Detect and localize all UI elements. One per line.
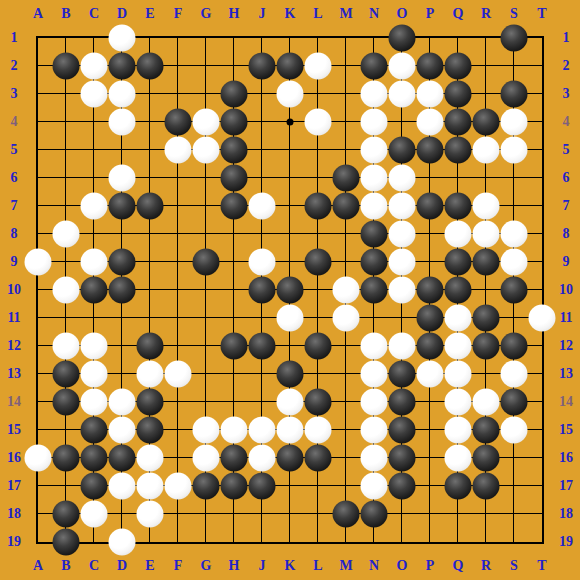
white-stone (81, 361, 108, 388)
black-stone (501, 25, 528, 52)
row-label-right: 2 (563, 59, 570, 73)
row-label-left: 14 (7, 395, 21, 409)
grid-cell (178, 290, 206, 318)
row-label-left: 15 (7, 423, 21, 437)
black-stone (445, 53, 472, 80)
column-label-bottom: C (89, 559, 99, 573)
column-label-top: F (174, 7, 183, 21)
column-label-bottom: H (229, 559, 240, 573)
column-label-top: N (369, 7, 379, 21)
grid-cell (38, 94, 66, 122)
column-label-bottom: E (145, 559, 154, 573)
white-stone (389, 249, 416, 276)
black-stone (137, 333, 164, 360)
column-label-bottom: B (61, 559, 70, 573)
black-stone (361, 53, 388, 80)
white-stone (445, 389, 472, 416)
grid-cell (66, 122, 94, 150)
white-stone (81, 501, 108, 528)
white-stone (109, 81, 136, 108)
black-stone (109, 277, 136, 304)
white-stone (333, 305, 360, 332)
white-stone (445, 445, 472, 472)
grid-cell (514, 486, 542, 514)
grid-cell (38, 178, 66, 206)
row-label-left: 5 (11, 143, 18, 157)
grid-cell (178, 38, 206, 66)
grid-cell (458, 514, 486, 542)
white-stone (361, 417, 388, 444)
white-stone (81, 193, 108, 220)
white-stone (501, 361, 528, 388)
black-stone (81, 417, 108, 444)
black-stone (81, 445, 108, 472)
column-label-top: D (117, 7, 127, 21)
row-label-right: 3 (563, 87, 570, 101)
black-stone (389, 389, 416, 416)
row-label-left: 4 (11, 115, 18, 129)
column-label-top: O (397, 7, 408, 21)
white-stone (361, 389, 388, 416)
column-label-top: T (537, 7, 546, 21)
white-stone (165, 361, 192, 388)
grid-cell (178, 514, 206, 542)
black-stone (137, 417, 164, 444)
white-stone (81, 53, 108, 80)
white-stone (361, 137, 388, 164)
column-label-top: E (145, 7, 154, 21)
black-stone (249, 473, 276, 500)
black-stone (249, 53, 276, 80)
white-stone (417, 81, 444, 108)
row-label-right: 11 (559, 311, 572, 325)
white-stone (53, 221, 80, 248)
white-stone (473, 389, 500, 416)
black-stone (221, 333, 248, 360)
grid-cell (206, 290, 234, 318)
black-stone (221, 81, 248, 108)
white-stone (305, 109, 332, 136)
white-stone (473, 221, 500, 248)
white-stone (361, 193, 388, 220)
black-stone (249, 277, 276, 304)
black-stone (53, 445, 80, 472)
grid-cell (178, 178, 206, 206)
grid-cell (234, 514, 262, 542)
column-label-bottom: A (33, 559, 43, 573)
white-stone (193, 417, 220, 444)
column-label-top: B (61, 7, 70, 21)
black-stone (361, 221, 388, 248)
white-stone (249, 417, 276, 444)
white-stone (193, 137, 220, 164)
row-label-right: 15 (559, 423, 573, 437)
black-stone (109, 249, 136, 276)
white-stone (417, 361, 444, 388)
column-label-top: H (229, 7, 240, 21)
grid-cell (430, 514, 458, 542)
black-stone (445, 193, 472, 220)
black-stone (137, 53, 164, 80)
black-stone (165, 109, 192, 136)
white-stone (53, 277, 80, 304)
grid-cell (234, 374, 262, 402)
grid-cell (402, 514, 430, 542)
row-label-left: 10 (7, 283, 21, 297)
row-label-right: 7 (563, 199, 570, 213)
black-stone (445, 277, 472, 304)
white-stone (249, 193, 276, 220)
black-stone (221, 193, 248, 220)
white-stone (389, 81, 416, 108)
white-stone (389, 333, 416, 360)
black-stone (305, 333, 332, 360)
black-stone (305, 193, 332, 220)
white-stone (277, 389, 304, 416)
grid-cell (38, 122, 66, 150)
black-stone (501, 81, 528, 108)
row-label-left: 9 (11, 255, 18, 269)
black-stone (305, 249, 332, 276)
white-stone (109, 109, 136, 136)
white-stone (389, 221, 416, 248)
row-label-right: 4 (563, 115, 570, 129)
column-label-bottom: J (259, 559, 266, 573)
white-stone (445, 221, 472, 248)
white-stone (389, 193, 416, 220)
white-stone (333, 277, 360, 304)
row-label-right: 16 (559, 451, 573, 465)
white-stone (277, 81, 304, 108)
black-stone (221, 445, 248, 472)
row-label-right: 12 (559, 339, 573, 353)
black-stone (417, 193, 444, 220)
white-stone (249, 249, 276, 276)
white-stone (501, 249, 528, 276)
row-label-left: 11 (7, 311, 20, 325)
white-stone (137, 445, 164, 472)
row-label-left: 13 (7, 367, 21, 381)
white-stone (501, 417, 528, 444)
black-stone (445, 109, 472, 136)
black-stone (277, 445, 304, 472)
black-stone (361, 277, 388, 304)
black-stone (417, 137, 444, 164)
row-label-left: 12 (7, 339, 21, 353)
white-stone (305, 53, 332, 80)
grid-cell (206, 514, 234, 542)
white-stone (361, 333, 388, 360)
black-stone (389, 473, 416, 500)
grid-cell (290, 514, 318, 542)
row-label-left: 7 (11, 199, 18, 213)
row-label-right: 5 (563, 143, 570, 157)
column-label-bottom: M (339, 559, 352, 573)
grid-cell (150, 290, 178, 318)
black-stone (501, 333, 528, 360)
black-stone (445, 249, 472, 276)
white-stone (53, 333, 80, 360)
row-label-left: 8 (11, 227, 18, 241)
black-stone (501, 277, 528, 304)
black-stone (473, 249, 500, 276)
grid-cell (150, 262, 178, 290)
grid-cell (38, 150, 66, 178)
column-label-top: G (201, 7, 212, 21)
white-stone (361, 473, 388, 500)
white-stone (137, 473, 164, 500)
column-label-bottom: R (481, 559, 491, 573)
black-stone (109, 193, 136, 220)
row-label-right: 13 (559, 367, 573, 381)
black-stone (53, 361, 80, 388)
column-label-top: R (481, 7, 491, 21)
black-stone (137, 193, 164, 220)
black-stone (305, 389, 332, 416)
white-stone (473, 137, 500, 164)
white-stone (445, 333, 472, 360)
black-stone (473, 473, 500, 500)
column-label-top: C (89, 7, 99, 21)
grid-cell (206, 374, 234, 402)
white-stone (25, 249, 52, 276)
grid-cell (290, 150, 318, 178)
black-stone (389, 25, 416, 52)
row-label-left: 2 (11, 59, 18, 73)
row-label-left: 1 (11, 31, 18, 45)
black-stone (333, 193, 360, 220)
white-stone (361, 109, 388, 136)
white-stone (389, 165, 416, 192)
row-label-right: 9 (563, 255, 570, 269)
white-stone (81, 333, 108, 360)
column-label-top: L (313, 7, 322, 21)
white-stone (305, 417, 332, 444)
black-stone (389, 137, 416, 164)
white-stone (361, 445, 388, 472)
black-stone (109, 53, 136, 80)
black-stone (193, 249, 220, 276)
row-label-right: 19 (559, 535, 573, 549)
black-stone (305, 445, 332, 472)
black-stone (221, 137, 248, 164)
black-stone (333, 165, 360, 192)
black-stone (193, 473, 220, 500)
white-stone (193, 109, 220, 136)
column-label-top: M (339, 7, 352, 21)
white-stone (445, 417, 472, 444)
column-label-top: Q (453, 7, 464, 21)
column-label-bottom: T (537, 559, 546, 573)
grid-cell (178, 318, 206, 346)
white-stone (109, 529, 136, 556)
row-label-right: 14 (559, 395, 573, 409)
black-stone (473, 417, 500, 444)
column-label-bottom: D (117, 559, 127, 573)
black-stone (473, 109, 500, 136)
black-stone (53, 389, 80, 416)
column-label-bottom: S (510, 559, 518, 573)
white-stone (501, 221, 528, 248)
row-label-right: 18 (559, 507, 573, 521)
black-stone (277, 53, 304, 80)
white-stone (81, 389, 108, 416)
white-stone (361, 361, 388, 388)
column-label-top: A (33, 7, 43, 21)
white-stone (473, 193, 500, 220)
grid-cell (514, 458, 542, 486)
white-stone (165, 473, 192, 500)
grid-cell (514, 514, 542, 542)
column-label-bottom: O (397, 559, 408, 573)
white-stone (501, 109, 528, 136)
black-stone (137, 389, 164, 416)
column-label-top: K (285, 7, 296, 21)
white-stone (109, 165, 136, 192)
white-stone (137, 501, 164, 528)
black-stone (445, 81, 472, 108)
black-stone (221, 165, 248, 192)
star-point (287, 119, 294, 126)
black-stone (501, 389, 528, 416)
column-label-bottom: F (174, 559, 183, 573)
white-stone (81, 81, 108, 108)
grid-cell (262, 514, 290, 542)
grid-cell (178, 66, 206, 94)
black-stone (249, 333, 276, 360)
grid-cell (206, 38, 234, 66)
row-label-left: 3 (11, 87, 18, 101)
black-stone (473, 305, 500, 332)
black-stone (221, 473, 248, 500)
grid-cell (178, 206, 206, 234)
row-label-left: 17 (7, 479, 21, 493)
black-stone (445, 473, 472, 500)
white-stone (249, 445, 276, 472)
black-stone (81, 277, 108, 304)
black-stone (417, 277, 444, 304)
black-stone (389, 417, 416, 444)
black-stone (81, 473, 108, 500)
white-stone (277, 417, 304, 444)
white-stone (193, 445, 220, 472)
row-label-right: 6 (563, 171, 570, 185)
black-stone (277, 277, 304, 304)
column-label-top: P (426, 7, 435, 21)
white-stone (25, 445, 52, 472)
black-stone (473, 333, 500, 360)
black-stone (277, 361, 304, 388)
row-label-left: 16 (7, 451, 21, 465)
grid-cell (290, 486, 318, 514)
white-stone (361, 81, 388, 108)
go-board[interactable]: AABBCCDDEEFFGGHHJJKKLLMMNNOOPPQQRRSSTT11… (0, 0, 580, 580)
white-stone (389, 53, 416, 80)
row-label-right: 8 (563, 227, 570, 241)
column-label-bottom: L (313, 559, 322, 573)
white-stone (277, 305, 304, 332)
white-stone (109, 473, 136, 500)
row-label-right: 1 (563, 31, 570, 45)
column-label-bottom: N (369, 559, 379, 573)
black-stone (333, 501, 360, 528)
column-label-bottom: K (285, 559, 296, 573)
column-label-bottom: G (201, 559, 212, 573)
black-stone (417, 305, 444, 332)
white-stone (445, 361, 472, 388)
black-stone (53, 53, 80, 80)
white-stone (109, 389, 136, 416)
column-label-top: J (259, 7, 266, 21)
white-stone (501, 137, 528, 164)
black-stone (417, 53, 444, 80)
black-stone (221, 109, 248, 136)
black-stone (361, 249, 388, 276)
black-stone (361, 501, 388, 528)
black-stone (417, 333, 444, 360)
white-stone (221, 417, 248, 444)
white-stone (445, 305, 472, 332)
white-stone (417, 109, 444, 136)
grid-cell (514, 178, 542, 206)
grid-cell (150, 234, 178, 262)
white-stone (529, 305, 556, 332)
grid-cell (66, 150, 94, 178)
white-stone (81, 249, 108, 276)
grid-cell (262, 150, 290, 178)
black-stone (389, 445, 416, 472)
grid-cell (486, 514, 514, 542)
white-stone (389, 277, 416, 304)
black-stone (109, 445, 136, 472)
grid-cell (262, 122, 290, 150)
black-stone (473, 445, 500, 472)
row-label-left: 19 (7, 535, 21, 549)
white-stone (137, 361, 164, 388)
black-stone (389, 361, 416, 388)
column-label-bottom: Q (453, 559, 464, 573)
black-stone (53, 529, 80, 556)
row-label-right: 10 (559, 283, 573, 297)
row-label-right: 17 (559, 479, 573, 493)
white-stone (361, 165, 388, 192)
black-stone (445, 137, 472, 164)
white-stone (109, 25, 136, 52)
white-stone (109, 417, 136, 444)
row-label-left: 18 (7, 507, 21, 521)
column-label-top: S (510, 7, 518, 21)
row-label-left: 6 (11, 171, 18, 185)
black-stone (53, 501, 80, 528)
column-label-bottom: P (426, 559, 435, 573)
white-stone (165, 137, 192, 164)
